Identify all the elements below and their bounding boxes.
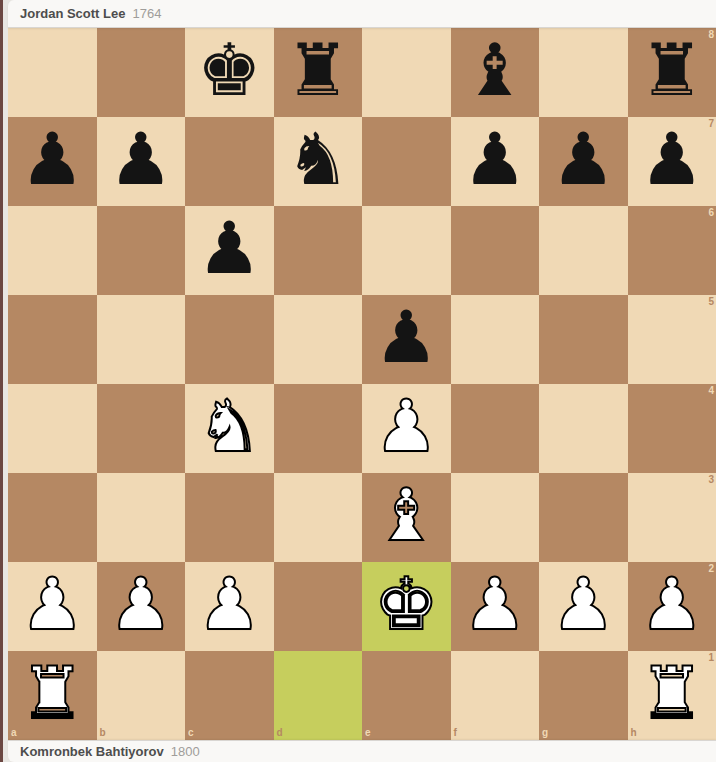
square-e1[interactable]: e [362,651,451,740]
piece-white-king[interactable]: ♚ [374,568,439,640]
square-d8[interactable]: ♜ [274,28,363,117]
coord-file-c: c [188,728,194,738]
piece-black-pawn[interactable]: ♟ [374,301,439,373]
square-a8[interactable] [8,28,97,117]
square-a1[interactable]: a♜ [8,651,97,740]
coord-rank-4: 4 [708,386,714,396]
square-h5[interactable]: 5 [628,295,716,384]
square-b8[interactable] [97,28,186,117]
square-g7[interactable]: ♟ [539,117,628,206]
square-d7[interactable]: ♞ [274,117,363,206]
player-bar-top: Jordan Scott Lee 1764 [8,0,716,28]
square-c6[interactable]: ♟ [185,206,274,295]
square-b6[interactable] [97,206,186,295]
square-f1[interactable]: f [451,651,540,740]
square-a2[interactable]: ♟ [8,562,97,651]
square-f8[interactable]: ♝ [451,28,540,117]
square-f3[interactable] [451,473,540,562]
square-d3[interactable] [274,473,363,562]
piece-white-bishop[interactable]: ♝ [374,479,439,551]
square-e4[interactable]: ♟ [362,384,451,473]
square-b3[interactable] [97,473,186,562]
piece-white-pawn[interactable]: ♟ [197,568,262,640]
square-d4[interactable] [274,384,363,473]
top-player-name[interactable]: Jordan Scott Lee [20,6,125,21]
piece-white-pawn[interactable]: ♟ [462,568,527,640]
piece-black-pawn[interactable]: ♟ [108,123,173,195]
square-h6[interactable]: 6 [628,206,716,295]
piece-black-rook[interactable]: ♜ [639,34,704,106]
left-accent-strip [0,0,3,762]
square-g3[interactable] [539,473,628,562]
coord-file-a: a [11,728,17,738]
piece-white-pawn[interactable]: ♟ [639,568,704,640]
game-panel: Jordan Scott Lee 1764 ♚♜♝8♜♟♟♞♟♟7♟♟6♟5♞♟… [8,0,716,762]
square-a3[interactable] [8,473,97,562]
square-f7[interactable]: ♟ [451,117,540,206]
coord-file-b: b [100,728,106,738]
coord-rank-7: 7 [708,119,714,129]
square-h2[interactable]: 2♟ [628,562,716,651]
square-f2[interactable]: ♟ [451,562,540,651]
coord-file-g: g [542,728,548,738]
square-d2[interactable] [274,562,363,651]
square-e8[interactable] [362,28,451,117]
piece-black-rook[interactable]: ♜ [285,34,350,106]
square-h8[interactable]: 8♜ [628,28,716,117]
piece-black-king[interactable]: ♚ [197,34,262,106]
piece-white-rook[interactable]: ♜ [639,657,704,729]
square-b2[interactable]: ♟ [97,562,186,651]
square-a6[interactable] [8,206,97,295]
piece-white-pawn[interactable]: ♟ [20,568,85,640]
square-a5[interactable] [8,295,97,384]
square-f4[interactable] [451,384,540,473]
coord-file-f: f [454,728,457,738]
coord-file-d: d [277,728,283,738]
square-c8[interactable]: ♚ [185,28,274,117]
square-a4[interactable] [8,384,97,473]
bottom-player-rating: 1800 [171,744,200,759]
coord-rank-3: 3 [708,475,714,485]
coord-rank-1: 1 [708,653,714,663]
square-d6[interactable] [274,206,363,295]
square-g1[interactable]: g [539,651,628,740]
piece-black-pawn[interactable]: ♟ [20,123,85,195]
piece-white-pawn[interactable]: ♟ [108,568,173,640]
square-g6[interactable] [539,206,628,295]
square-c7[interactable] [185,117,274,206]
square-c4[interactable]: ♞ [185,384,274,473]
square-c2[interactable]: ♟ [185,562,274,651]
coord-rank-2: 2 [708,564,714,574]
square-e5[interactable]: ♟ [362,295,451,384]
piece-black-pawn[interactable]: ♟ [197,212,262,284]
square-b7[interactable]: ♟ [97,117,186,206]
coord-rank-5: 5 [708,297,714,307]
square-d1[interactable]: d [274,651,363,740]
square-d5[interactable] [274,295,363,384]
piece-white-pawn[interactable]: ♟ [374,390,439,462]
piece-black-bishop[interactable]: ♝ [462,34,527,106]
square-f5[interactable] [451,295,540,384]
square-c3[interactable] [185,473,274,562]
square-h4[interactable]: 4 [628,384,716,473]
square-g4[interactable] [539,384,628,473]
square-e3[interactable]: ♝ [362,473,451,562]
square-g5[interactable] [539,295,628,384]
coord-rank-6: 6 [708,208,714,218]
square-e6[interactable] [362,206,451,295]
square-h3[interactable]: 3 [628,473,716,562]
top-player-rating: 1764 [132,6,161,21]
piece-white-pawn[interactable]: ♟ [551,568,616,640]
bottom-player-name[interactable]: Komronbek Bahtiyorov [20,744,164,759]
square-f6[interactable] [451,206,540,295]
coord-file-h: h [631,728,637,738]
square-h7[interactable]: 7♟ [628,117,716,206]
piece-black-knight[interactable]: ♞ [285,123,350,195]
square-c5[interactable] [185,295,274,384]
piece-white-rook[interactable]: ♜ [20,657,85,729]
coord-rank-8: 8 [708,30,714,40]
square-b4[interactable] [97,384,186,473]
piece-white-knight[interactable]: ♞ [197,390,262,462]
square-e2[interactable]: ♚ [362,562,451,651]
coord-file-e: e [365,728,371,738]
square-g2[interactable]: ♟ [539,562,628,651]
square-b1[interactable]: b [97,651,186,740]
square-c1[interactable]: c [185,651,274,740]
piece-black-pawn[interactable]: ♟ [462,123,527,195]
piece-black-pawn[interactable]: ♟ [639,123,704,195]
player-bar-bottom: Komronbek Bahtiyorov 1800 [8,740,716,762]
chess-board[interactable]: ♚♜♝8♜♟♟♞♟♟7♟♟6♟5♞♟4♝3♟♟♟♚♟♟2♟a♜bcdefg1h♜ [8,28,716,740]
square-e7[interactable] [362,117,451,206]
piece-black-pawn[interactable]: ♟ [551,123,616,195]
square-h1[interactable]: 1h♜ [628,651,716,740]
square-g8[interactable] [539,28,628,117]
square-b5[interactable] [97,295,186,384]
square-a7[interactable]: ♟ [8,117,97,206]
